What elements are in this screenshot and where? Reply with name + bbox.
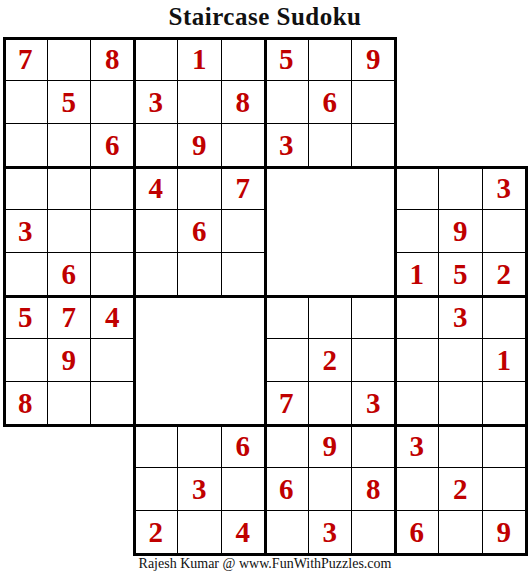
cell-r5-c12[interactable] (483, 210, 527, 253)
cell-r2-c3[interactable] (91, 81, 135, 124)
cell-r1-c2[interactable] (48, 38, 92, 81)
cell-r5-c11[interactable]: 9 (439, 210, 483, 253)
cell-r11-c12[interactable] (483, 468, 527, 511)
cell-r7-c2[interactable]: 7 (48, 296, 92, 339)
cell-r6-c10[interactable]: 1 (396, 253, 440, 296)
cell-r12-c6[interactable]: 4 (222, 511, 266, 554)
cell-r12-c8[interactable]: 3 (309, 511, 353, 554)
page-title: Staircase Sudoku (0, 3, 530, 31)
cell-r12-c4[interactable]: 2 (135, 511, 179, 554)
cell-r7-c11[interactable]: 3 (439, 296, 483, 339)
cell-r7-c9[interactable] (352, 296, 396, 339)
cell-r1-c5[interactable]: 1 (178, 38, 222, 81)
cell-r11-c8[interactable] (309, 468, 353, 511)
cell-r9-c1[interactable]: 8 (4, 382, 48, 425)
cell-r5-c6[interactable] (222, 210, 266, 253)
cell-r1-c4[interactable] (135, 38, 179, 81)
cell-r10-c9[interactable] (352, 425, 396, 468)
cell-r8-c2[interactable]: 9 (48, 339, 92, 382)
cell-r10-c12[interactable] (483, 425, 527, 468)
cell-r3-c9[interactable] (352, 124, 396, 167)
cell-r1-c8[interactable] (309, 38, 353, 81)
cell-r4-c10[interactable] (396, 167, 440, 210)
cell-r9-c10[interactable] (396, 382, 440, 425)
cell-r1-c7[interactable]: 5 (265, 38, 309, 81)
cell-r7-c7[interactable] (265, 296, 309, 339)
cell-r8-c9[interactable] (352, 339, 396, 382)
cell-r4-c11[interactable] (439, 167, 483, 210)
cell-r5-c4[interactable] (135, 210, 179, 253)
cell-r4-c4[interactable]: 4 (135, 167, 179, 210)
cell-r3-c5[interactable]: 9 (178, 124, 222, 167)
cell-r3-c2[interactable] (48, 124, 92, 167)
cell-r12-c5[interactable] (178, 511, 222, 554)
cell-r6-c12[interactable]: 2 (483, 253, 527, 296)
cell-r4-c1[interactable] (4, 167, 48, 210)
cell-r12-c12[interactable]: 9 (483, 511, 527, 554)
cell-r8-c10[interactable] (396, 339, 440, 382)
cell-r11-c6[interactable] (222, 468, 266, 511)
cell-r8-c3[interactable] (91, 339, 135, 382)
cell-r3-c3[interactable]: 6 (91, 124, 135, 167)
cell-r9-c11[interactable] (439, 382, 483, 425)
cell-r2-c5[interactable] (178, 81, 222, 124)
cell-r8-c11[interactable] (439, 339, 483, 382)
cell-r11-c7[interactable]: 6 (265, 468, 309, 511)
cell-r4-c2[interactable] (48, 167, 92, 210)
cell-r3-c6[interactable] (222, 124, 266, 167)
cell-r9-c12[interactable] (483, 382, 527, 425)
cell-r5-c2[interactable] (48, 210, 92, 253)
cell-r2-c9[interactable] (352, 81, 396, 124)
cell-r7-c3[interactable]: 4 (91, 296, 135, 339)
cell-r7-c8[interactable] (309, 296, 353, 339)
cell-r7-c12[interactable] (483, 296, 527, 339)
cell-r10-c4[interactable] (135, 425, 179, 468)
cell-r9-c3[interactable] (91, 382, 135, 425)
cell-r5-c10[interactable] (396, 210, 440, 253)
cell-r5-c5[interactable]: 6 (178, 210, 222, 253)
board: 7815953866934733696152574392187369336822… (4, 38, 526, 554)
cell-r8-c8[interactable]: 2 (309, 339, 353, 382)
cell-r12-c9[interactable] (352, 511, 396, 554)
cell-r6-c11[interactable]: 5 (439, 253, 483, 296)
cell-r3-c4[interactable] (135, 124, 179, 167)
cell-r8-c1[interactable] (4, 339, 48, 382)
cell-r9-c2[interactable] (48, 382, 92, 425)
cell-r10-c8[interactable]: 9 (309, 425, 353, 468)
cell-r1-c9[interactable]: 9 (352, 38, 396, 81)
cell-r3-c1[interactable] (4, 124, 48, 167)
cell-r10-c7[interactable] (265, 425, 309, 468)
cell-r6-c6[interactable] (222, 253, 266, 296)
cell-r9-c8[interactable] (309, 382, 353, 425)
cell-r1-c6[interactable] (222, 38, 266, 81)
cell-r10-c10[interactable]: 3 (396, 425, 440, 468)
cell-r3-c8[interactable] (309, 124, 353, 167)
cell-r5-c3[interactable] (91, 210, 135, 253)
cell-r1-c1[interactable]: 7 (4, 38, 48, 81)
cell-r10-c11[interactable] (439, 425, 483, 468)
cell-r4-c3[interactable] (91, 167, 135, 210)
cell-r11-c5[interactable]: 3 (178, 468, 222, 511)
footer-credit: Rajesh Kumar @ www.FunWithPuzzles.com (0, 556, 530, 572)
cell-r4-c5[interactable] (178, 167, 222, 210)
cell-r11-c10[interactable] (396, 468, 440, 511)
cell-r4-c6[interactable]: 7 (222, 167, 266, 210)
puzzle-page: Staircase Sudoku 78159538669347336961525… (0, 0, 530, 580)
cell-r1-c3[interactable]: 8 (91, 38, 135, 81)
cell-r11-c4[interactable] (135, 468, 179, 511)
cell-r7-c1[interactable]: 5 (4, 296, 48, 339)
cell-r5-c1[interactable]: 3 (4, 210, 48, 253)
cell-r2-c7[interactable] (265, 81, 309, 124)
cell-r3-c7[interactable]: 3 (265, 124, 309, 167)
cell-r6-c2[interactable]: 6 (48, 253, 92, 296)
cell-r10-c6[interactable]: 6 (222, 425, 266, 468)
cell-r6-c3[interactable] (91, 253, 135, 296)
cell-r2-c2[interactable]: 5 (48, 81, 92, 124)
cell-r7-c10[interactable] (396, 296, 440, 339)
cell-r6-c5[interactable] (178, 253, 222, 296)
cell-r10-c5[interactable] (178, 425, 222, 468)
cell-r2-c4[interactable]: 3 (135, 81, 179, 124)
cell-r2-c1[interactable] (4, 81, 48, 124)
cell-r9-c7[interactable]: 7 (265, 382, 309, 425)
cell-r8-c12[interactable]: 1 (483, 339, 527, 382)
cell-r8-c7[interactable] (265, 339, 309, 382)
cell-r9-c9[interactable]: 3 (352, 382, 396, 425)
cell-r4-c12[interactable]: 3 (483, 167, 527, 210)
cell-r12-c11[interactable] (439, 511, 483, 554)
cell-r6-c4[interactable] (135, 253, 179, 296)
cell-r11-c9[interactable]: 8 (352, 468, 396, 511)
cell-r12-c10[interactable]: 6 (396, 511, 440, 554)
cell-r6-c1[interactable] (4, 253, 48, 296)
cell-r11-c11[interactable]: 2 (439, 468, 483, 511)
cell-r2-c6[interactable]: 8 (222, 81, 266, 124)
cell-r2-c8[interactable]: 6 (309, 81, 353, 124)
cell-r12-c7[interactable] (265, 511, 309, 554)
